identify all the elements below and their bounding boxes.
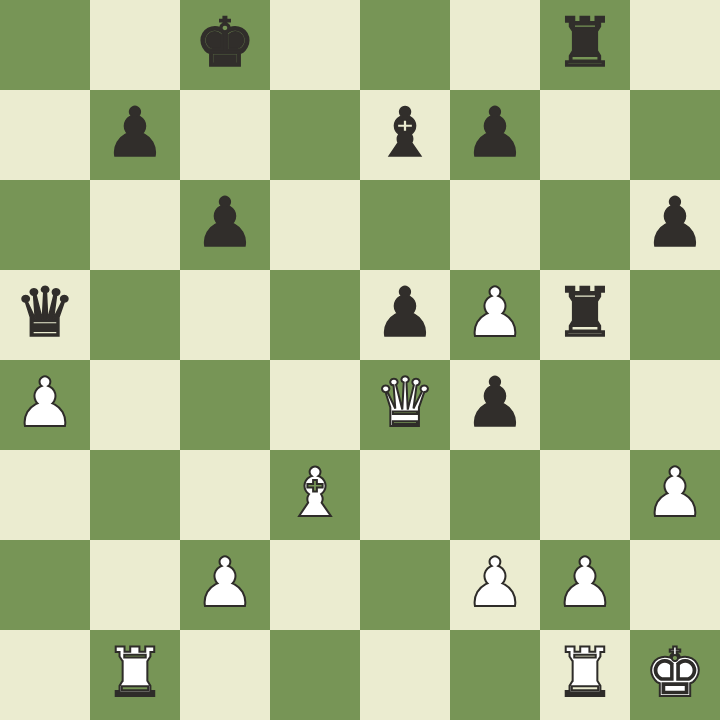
square-f6[interactable]	[450, 180, 540, 270]
piece-white-pawn-h3[interactable]: ♟	[645, 448, 706, 538]
square-b4[interactable]	[90, 360, 180, 450]
square-a4[interactable]: ♟	[0, 360, 90, 450]
square-h1[interactable]: ♚	[630, 630, 720, 720]
square-b5[interactable]	[90, 270, 180, 360]
square-g4[interactable]	[540, 360, 630, 450]
square-d5[interactable]	[270, 270, 360, 360]
square-b2[interactable]	[90, 540, 180, 630]
square-g6[interactable]	[540, 180, 630, 270]
piece-black-rook-g8[interactable]: ♜	[555, 0, 616, 88]
piece-white-king-h1[interactable]: ♚	[645, 628, 706, 718]
square-h3[interactable]: ♟	[630, 450, 720, 540]
chess-board: ♚♜♟♝♟♟♟♛♟♟♜♟♛♟♝♟♟♟♟♜♜♚	[0, 0, 720, 720]
square-h4[interactable]	[630, 360, 720, 450]
square-a3[interactable]	[0, 450, 90, 540]
square-b7[interactable]: ♟	[90, 90, 180, 180]
square-d3[interactable]: ♝	[270, 450, 360, 540]
square-h5[interactable]	[630, 270, 720, 360]
piece-black-pawn-e5[interactable]: ♟	[375, 268, 436, 358]
square-c4[interactable]	[180, 360, 270, 450]
square-a5[interactable]: ♛	[0, 270, 90, 360]
piece-white-pawn-f5[interactable]: ♟	[465, 268, 526, 358]
square-b1[interactable]: ♜	[90, 630, 180, 720]
square-c7[interactable]	[180, 90, 270, 180]
piece-black-pawn-f7[interactable]: ♟	[465, 88, 526, 178]
square-h7[interactable]	[630, 90, 720, 180]
square-c1[interactable]	[180, 630, 270, 720]
square-e8[interactable]	[360, 0, 450, 90]
piece-black-queen-a5[interactable]: ♛	[15, 268, 76, 358]
piece-white-pawn-g2[interactable]: ♟	[555, 538, 616, 628]
piece-black-pawn-h6[interactable]: ♟	[645, 178, 706, 268]
square-c6[interactable]: ♟	[180, 180, 270, 270]
piece-black-bishop-e7[interactable]: ♝	[375, 88, 436, 178]
square-a2[interactable]	[0, 540, 90, 630]
square-g7[interactable]	[540, 90, 630, 180]
square-f3[interactable]	[450, 450, 540, 540]
piece-white-pawn-c2[interactable]: ♟	[195, 538, 256, 628]
square-g1[interactable]: ♜	[540, 630, 630, 720]
square-d7[interactable]	[270, 90, 360, 180]
piece-white-rook-g1[interactable]: ♜	[555, 628, 616, 718]
square-c3[interactable]	[180, 450, 270, 540]
square-h2[interactable]	[630, 540, 720, 630]
piece-white-rook-b1[interactable]: ♜	[105, 628, 166, 718]
square-g8[interactable]: ♜	[540, 0, 630, 90]
square-c8[interactable]: ♚	[180, 0, 270, 90]
square-g5[interactable]: ♜	[540, 270, 630, 360]
square-e2[interactable]	[360, 540, 450, 630]
piece-black-rook-g5[interactable]: ♜	[555, 268, 616, 358]
piece-white-pawn-f2[interactable]: ♟	[465, 538, 526, 628]
piece-white-queen-e4[interactable]: ♛	[375, 358, 436, 448]
square-g2[interactable]: ♟	[540, 540, 630, 630]
square-a1[interactable]	[0, 630, 90, 720]
square-f4[interactable]: ♟	[450, 360, 540, 450]
square-a7[interactable]	[0, 90, 90, 180]
square-e3[interactable]	[360, 450, 450, 540]
piece-white-bishop-d3[interactable]: ♝	[285, 448, 346, 538]
piece-white-pawn-a4[interactable]: ♟	[15, 358, 76, 448]
square-e6[interactable]	[360, 180, 450, 270]
square-f5[interactable]: ♟	[450, 270, 540, 360]
square-d6[interactable]	[270, 180, 360, 270]
square-b6[interactable]	[90, 180, 180, 270]
square-f1[interactable]	[450, 630, 540, 720]
square-b3[interactable]	[90, 450, 180, 540]
square-a6[interactable]	[0, 180, 90, 270]
square-c5[interactable]	[180, 270, 270, 360]
square-a8[interactable]	[0, 0, 90, 90]
square-e1[interactable]	[360, 630, 450, 720]
square-f8[interactable]	[450, 0, 540, 90]
square-h6[interactable]: ♟	[630, 180, 720, 270]
square-f7[interactable]: ♟	[450, 90, 540, 180]
square-d4[interactable]	[270, 360, 360, 450]
piece-black-pawn-f4[interactable]: ♟	[465, 358, 526, 448]
square-g3[interactable]	[540, 450, 630, 540]
square-e4[interactable]: ♛	[360, 360, 450, 450]
square-d8[interactable]	[270, 0, 360, 90]
square-f2[interactable]: ♟	[450, 540, 540, 630]
square-h8[interactable]	[630, 0, 720, 90]
piece-black-king-c8[interactable]: ♚	[195, 0, 256, 88]
square-c2[interactable]: ♟	[180, 540, 270, 630]
piece-black-pawn-b7[interactable]: ♟	[105, 88, 166, 178]
square-b8[interactable]	[90, 0, 180, 90]
square-e7[interactable]: ♝	[360, 90, 450, 180]
piece-black-pawn-c6[interactable]: ♟	[195, 178, 256, 268]
square-d1[interactable]	[270, 630, 360, 720]
square-e5[interactable]: ♟	[360, 270, 450, 360]
square-d2[interactable]	[270, 540, 360, 630]
